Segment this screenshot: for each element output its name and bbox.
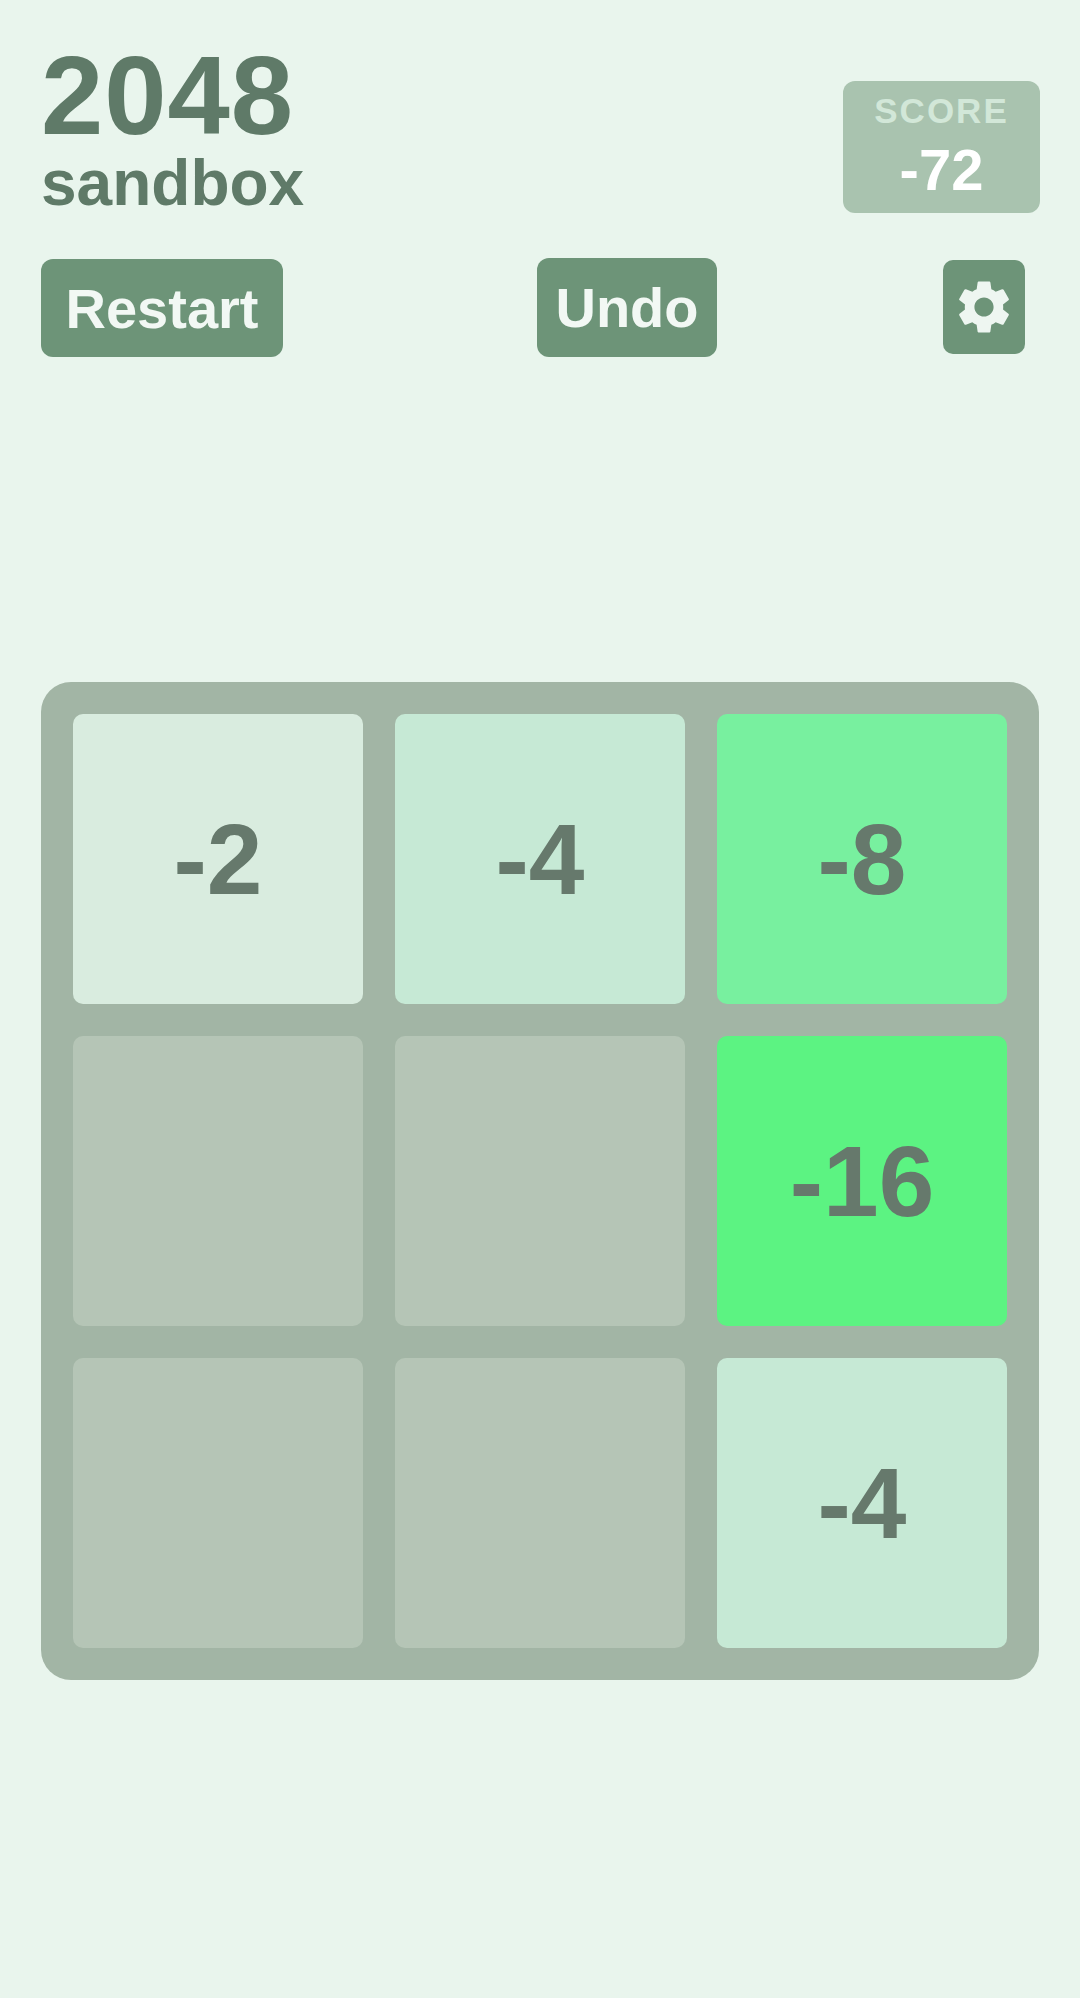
score-value: -72 bbox=[900, 136, 984, 203]
board-cell[interactable] bbox=[73, 1358, 363, 1648]
settings-button[interactable] bbox=[943, 260, 1025, 354]
board-cell[interactable] bbox=[395, 1036, 685, 1326]
score-box: SCORE -72 bbox=[843, 81, 1040, 213]
score-label: SCORE bbox=[874, 91, 1008, 131]
app-title: 2048 bbox=[41, 40, 304, 152]
board-cell[interactable]: -16 bbox=[717, 1036, 1007, 1326]
header-title: 2048 sandbox bbox=[41, 40, 304, 210]
board-cell[interactable]: -8 bbox=[717, 714, 1007, 1004]
board-cell[interactable]: -4 bbox=[717, 1358, 1007, 1648]
restart-button[interactable]: Restart bbox=[41, 259, 283, 357]
board-cell[interactable]: -4 bbox=[395, 714, 685, 1004]
board-cell[interactable] bbox=[73, 1036, 363, 1326]
app-subtitle: sandbox bbox=[41, 156, 304, 210]
app-screen: 2048 sandbox SCORE -72 Restart Undo -2 -… bbox=[0, 0, 1080, 1998]
gear-icon bbox=[952, 275, 1016, 339]
board-cell[interactable]: -2 bbox=[73, 714, 363, 1004]
undo-button[interactable]: Undo bbox=[537, 258, 717, 357]
board-grid[interactable]: -2 -4 -8 -16 -4 bbox=[41, 682, 1039, 1680]
board-cell[interactable] bbox=[395, 1358, 685, 1648]
